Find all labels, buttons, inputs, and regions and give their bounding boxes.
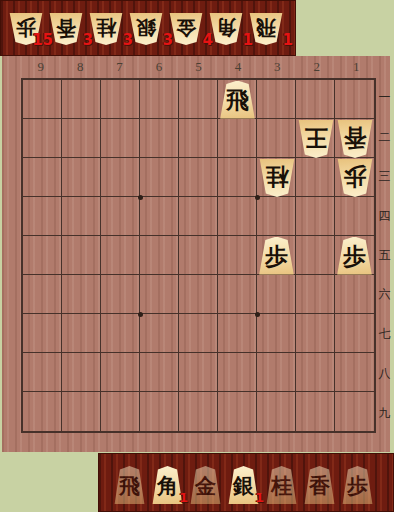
board-cell[interactable] <box>23 314 62 353</box>
knight-koma-face: 桂 <box>259 159 295 197</box>
board-cell[interactable] <box>296 80 335 119</box>
board-cell[interactable] <box>140 80 179 119</box>
board-cell[interactable] <box>218 158 257 197</box>
gote-knight-piece[interactable]: 桂3 <box>89 13 123 45</box>
pawn-kanji: 歩 <box>343 162 366 193</box>
board-cell[interactable] <box>218 392 257 431</box>
piece-count: 3 <box>163 31 173 49</box>
board-cell[interactable] <box>218 119 257 158</box>
file-label: 3 <box>258 59 297 77</box>
board-cell[interactable] <box>296 275 335 314</box>
sente-pawn-piece[interactable]: 歩 <box>342 466 373 504</box>
knight-kanji: 桂 <box>271 471 292 499</box>
board-cell[interactable] <box>101 236 140 275</box>
board-cell[interactable] <box>179 314 218 353</box>
sente-bishop-piece[interactable]: 角1 <box>152 466 183 504</box>
gote-gold-piece[interactable]: 金4 <box>169 13 203 45</box>
sente-lance-piece[interactable]: 香 <box>304 466 335 504</box>
hoshi-dot <box>255 312 260 317</box>
sente-rook-piece[interactable]: 飛 <box>220 81 256 119</box>
silver-kanji: 銀 <box>136 17 156 42</box>
hoshi-dot <box>138 195 143 200</box>
board-cell[interactable] <box>218 314 257 353</box>
sente-gold-piece[interactable]: 金 <box>190 466 221 504</box>
piece-count: 3 <box>123 31 133 49</box>
board-cell[interactable] <box>140 236 179 275</box>
board-cell[interactable] <box>257 353 296 392</box>
rank-label: 四 <box>377 196 392 235</box>
board-cell[interactable] <box>140 314 179 353</box>
rank-label: 二 <box>377 117 392 156</box>
board-cell[interactable] <box>23 80 62 119</box>
board-cell[interactable] <box>140 275 179 314</box>
piece-count: 1 <box>255 490 264 505</box>
file-label: 2 <box>297 59 336 77</box>
board-cell[interactable] <box>296 197 335 236</box>
rook-kanji: 飛 <box>119 471 140 499</box>
board-cell[interactable] <box>62 197 101 236</box>
board-cell[interactable] <box>335 314 374 353</box>
board-cell[interactable] <box>296 392 335 431</box>
board-cell[interactable] <box>101 392 140 431</box>
board-cell[interactable] <box>62 392 101 431</box>
sente-pawn-piece[interactable]: 歩 <box>337 237 373 275</box>
board-cell[interactable] <box>257 119 296 158</box>
board-cell[interactable] <box>218 236 257 275</box>
board-cell[interactable] <box>179 392 218 431</box>
board-cell[interactable] <box>62 314 101 353</box>
king-kanji: 王 <box>304 123 327 154</box>
pawn-kanji: 歩 <box>343 240 366 271</box>
knight-kanji: 桂 <box>96 17 116 42</box>
file-label: 6 <box>139 59 178 77</box>
sente-silver-piece[interactable]: 銀1 <box>228 466 259 504</box>
rank-label: 八 <box>377 354 392 393</box>
board-cell[interactable] <box>257 80 296 119</box>
gold-koma-face: 金 <box>190 466 221 504</box>
board-cell[interactable] <box>296 236 335 275</box>
piece-count: 1 <box>179 490 188 505</box>
sente-pawn-piece[interactable]: 歩 <box>259 237 295 275</box>
board-cell[interactable] <box>101 197 140 236</box>
board-cell[interactable] <box>23 158 62 197</box>
board-cell[interactable] <box>335 80 374 119</box>
board-cell[interactable] <box>101 275 140 314</box>
silver-kanji: 銀 <box>233 471 254 499</box>
board-cell[interactable] <box>23 353 62 392</box>
board-cell[interactable] <box>140 158 179 197</box>
board-cell[interactable] <box>179 353 218 392</box>
pawn-kanji: 歩 <box>265 240 288 271</box>
gote-silver-piece[interactable]: 銀3 <box>129 13 163 45</box>
piece-count: 3 <box>83 31 93 49</box>
gold-kanji: 金 <box>195 471 216 499</box>
board-cell[interactable] <box>101 80 140 119</box>
board-cell[interactable] <box>218 353 257 392</box>
gote-knight-piece[interactable]: 桂 <box>259 159 295 197</box>
board-cell[interactable] <box>335 353 374 392</box>
king-koma-face: 王 <box>298 120 334 158</box>
board-cell[interactable] <box>179 197 218 236</box>
knight-koma-face: 桂 <box>89 13 123 45</box>
gote-bishop-piece[interactable]: 角1 <box>209 13 243 45</box>
gote-hand-tray: 歩15香3桂3銀3金4角1飛1 <box>0 0 296 56</box>
bishop-kanji: 角 <box>157 471 178 499</box>
file-label: 5 <box>179 59 218 77</box>
board-cell[interactable] <box>335 275 374 314</box>
board-cell[interactable] <box>101 314 140 353</box>
rook-koma-face: 飛 <box>249 13 283 45</box>
board-cell[interactable] <box>62 236 101 275</box>
board-cell[interactable] <box>179 119 218 158</box>
board-cell[interactable] <box>179 80 218 119</box>
board-cell[interactable] <box>140 197 179 236</box>
gold-koma-face: 金 <box>169 13 203 45</box>
silver-koma-face: 銀 <box>129 13 163 45</box>
board-cell[interactable] <box>218 275 257 314</box>
board-cell[interactable] <box>140 353 179 392</box>
board-cell[interactable] <box>335 392 374 431</box>
board-cell[interactable] <box>23 392 62 431</box>
rank-label: 六 <box>377 275 392 314</box>
file-label: 1 <box>337 59 376 77</box>
pawn-koma-face: 歩 <box>337 237 373 275</box>
gold-kanji: 金 <box>176 17 196 42</box>
board-cell[interactable] <box>179 236 218 275</box>
rank-label: 一 <box>377 78 392 117</box>
board-cell[interactable] <box>23 119 62 158</box>
piece-count: 4 <box>203 31 213 49</box>
gote-lance-piece[interactable]: 香 <box>337 120 373 158</box>
board-cell[interactable] <box>296 158 335 197</box>
pawn-koma-face: 歩 <box>337 159 373 197</box>
board-cell[interactable] <box>62 158 101 197</box>
lance-koma-face: 香 <box>304 466 335 504</box>
bishop-kanji: 角 <box>216 17 236 42</box>
lance-kanji: 香 <box>309 471 330 499</box>
knight-koma-face: 桂 <box>266 466 297 504</box>
lance-koma-face: 香 <box>49 13 83 45</box>
file-label: 8 <box>60 59 99 77</box>
piece-count: 1 <box>243 31 253 49</box>
board-cell[interactable] <box>62 275 101 314</box>
gote-pawn-piece[interactable]: 歩15 <box>9 13 43 45</box>
lance-kanji: 香 <box>56 17 76 42</box>
board-cell[interactable] <box>62 80 101 119</box>
board-cell[interactable] <box>257 197 296 236</box>
shogi-app: 歩15香3桂3銀3金4角1飛1 987654321 一二三四五六七八九 飛王香桂… <box>0 0 394 512</box>
board-cell[interactable] <box>62 119 101 158</box>
pawn-koma-face: 歩 <box>259 237 295 275</box>
file-label: 7 <box>100 59 139 77</box>
board-cell[interactable] <box>140 392 179 431</box>
gote-pawn-piece[interactable]: 歩 <box>337 159 373 197</box>
rank-label: 七 <box>377 315 392 354</box>
board-cell[interactable] <box>335 197 374 236</box>
gote-lance-piece[interactable]: 香3 <box>49 13 83 45</box>
rank-label: 九 <box>377 394 392 433</box>
rook-koma-face: 飛 <box>220 81 256 119</box>
rook-kanji: 飛 <box>226 84 249 115</box>
file-label: 4 <box>218 59 257 77</box>
knight-kanji: 桂 <box>265 162 288 193</box>
board-cell[interactable] <box>101 353 140 392</box>
file-label: 9 <box>21 59 60 77</box>
board-cell[interactable] <box>62 353 101 392</box>
rank-label: 三 <box>377 157 392 196</box>
sente-hand-tray: 飛角1金銀1桂香歩 <box>98 453 394 512</box>
board-cell[interactable] <box>140 119 179 158</box>
lance-kanji: 香 <box>343 123 366 154</box>
board-cell[interactable] <box>218 197 257 236</box>
rook-koma-face: 飛 <box>114 466 145 504</box>
board-cell[interactable] <box>257 314 296 353</box>
bishop-koma-face: 角 <box>209 13 243 45</box>
board-cell[interactable] <box>23 236 62 275</box>
sente-knight-piece[interactable]: 桂 <box>266 466 297 504</box>
gote-king-piece[interactable]: 王 <box>298 120 334 158</box>
rank-labels: 一二三四五六七八九 <box>377 78 392 433</box>
lance-koma-face: 香 <box>337 120 373 158</box>
board-cell[interactable] <box>101 158 140 197</box>
shogi-board: 987654321 一二三四五六七八九 飛王香桂歩歩歩 <box>2 56 390 452</box>
hoshi-dot <box>138 312 143 317</box>
pawn-koma-face: 歩 <box>342 466 373 504</box>
board-cell[interactable] <box>179 275 218 314</box>
sente-rook-piece[interactable]: 飛 <box>114 466 145 504</box>
board-cell[interactable] <box>257 275 296 314</box>
board-cell[interactable] <box>296 314 335 353</box>
rank-label: 五 <box>377 236 392 275</box>
board-cell[interactable] <box>23 197 62 236</box>
board-cell[interactable] <box>296 353 335 392</box>
rook-kanji: 飛 <box>256 17 276 42</box>
board-cell[interactable] <box>23 275 62 314</box>
gote-rook-piece[interactable]: 飛1 <box>249 13 283 45</box>
board-cell[interactable] <box>179 158 218 197</box>
piece-count: 15 <box>32 31 53 49</box>
pawn-kanji: 歩 <box>347 471 368 499</box>
board-cell[interactable] <box>257 392 296 431</box>
board-cell[interactable] <box>101 119 140 158</box>
piece-count: 1 <box>283 31 293 49</box>
file-labels: 987654321 <box>21 59 376 77</box>
